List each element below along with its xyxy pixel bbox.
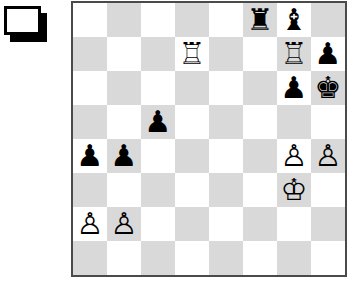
square-e1[interactable]	[209, 241, 243, 275]
square-b5[interactable]	[107, 105, 141, 139]
square-h7[interactable]: ♟	[311, 37, 345, 71]
white-pawn-a2: ♙	[73, 207, 107, 241]
black-rook-f8: ♜	[243, 3, 277, 37]
square-a6[interactable]	[73, 71, 107, 105]
square-f6[interactable]	[243, 71, 277, 105]
square-c7[interactable]	[141, 37, 175, 71]
square-e4[interactable]	[209, 139, 243, 173]
chess-board: ♜♝♖♖♟♟♚♟♟♟♙♙♔♙♙	[71, 1, 347, 277]
square-b8[interactable]	[107, 3, 141, 37]
square-b2[interactable]: ♙	[107, 207, 141, 241]
square-f4[interactable]	[243, 139, 277, 173]
square-d3[interactable]	[175, 173, 209, 207]
square-b7[interactable]	[107, 37, 141, 71]
white-pawn-b2: ♙	[107, 207, 141, 241]
square-g6[interactable]: ♟	[277, 71, 311, 105]
black-pawn-b4: ♟	[107, 139, 141, 173]
black-pawn-c5: ♟	[141, 105, 175, 139]
black-king-h6: ♚	[311, 71, 345, 105]
square-c8[interactable]	[141, 3, 175, 37]
square-e5[interactable]	[209, 105, 243, 139]
white-rook-d7: ♖	[175, 37, 209, 71]
square-c5[interactable]: ♟	[141, 105, 175, 139]
square-g8[interactable]: ♝	[277, 3, 311, 37]
square-e3[interactable]	[209, 173, 243, 207]
square-d6[interactable]	[175, 71, 209, 105]
square-f1[interactable]	[243, 241, 277, 275]
black-pawn-a4: ♟	[73, 139, 107, 173]
square-g5[interactable]	[277, 105, 311, 139]
square-c3[interactable]	[141, 173, 175, 207]
square-b1[interactable]	[107, 241, 141, 275]
square-h2[interactable]	[311, 207, 345, 241]
square-f8[interactable]: ♜	[243, 3, 277, 37]
square-d5[interactable]	[175, 105, 209, 139]
black-pawn-h7: ♟	[311, 37, 345, 71]
white-to-move-icon-face	[4, 6, 41, 35]
square-h4[interactable]: ♙	[311, 139, 345, 173]
white-king-g3: ♔	[277, 173, 311, 207]
square-h6[interactable]: ♚	[311, 71, 345, 105]
square-f3[interactable]	[243, 173, 277, 207]
square-c4[interactable]	[141, 139, 175, 173]
square-a8[interactable]	[73, 3, 107, 37]
white-to-move-icon	[4, 6, 49, 44]
square-f2[interactable]	[243, 207, 277, 241]
square-c1[interactable]	[141, 241, 175, 275]
black-pawn-g6: ♟	[277, 71, 311, 105]
square-a2[interactable]: ♙	[73, 207, 107, 241]
white-pawn-h4: ♙	[311, 139, 345, 173]
square-e6[interactable]	[209, 71, 243, 105]
square-g3[interactable]: ♔	[277, 173, 311, 207]
square-a3[interactable]	[73, 173, 107, 207]
square-a1[interactable]	[73, 241, 107, 275]
square-e8[interactable]	[209, 3, 243, 37]
square-g7[interactable]: ♖	[277, 37, 311, 71]
square-c2[interactable]	[141, 207, 175, 241]
square-d1[interactable]	[175, 241, 209, 275]
square-h8[interactable]	[311, 3, 345, 37]
square-a4[interactable]: ♟	[73, 139, 107, 173]
square-h3[interactable]	[311, 173, 345, 207]
square-f7[interactable]	[243, 37, 277, 71]
square-d7[interactable]: ♖	[175, 37, 209, 71]
white-pawn-g4: ♙	[277, 139, 311, 173]
square-b3[interactable]	[107, 173, 141, 207]
square-g1[interactable]	[277, 241, 311, 275]
square-d2[interactable]	[175, 207, 209, 241]
black-bishop-g8: ♝	[277, 3, 311, 37]
square-e2[interactable]	[209, 207, 243, 241]
square-a7[interactable]	[73, 37, 107, 71]
square-b4[interactable]: ♟	[107, 139, 141, 173]
square-h1[interactable]	[311, 241, 345, 275]
square-g2[interactable]	[277, 207, 311, 241]
white-rook-g7: ♖	[277, 37, 311, 71]
square-d8[interactable]	[175, 3, 209, 37]
square-f5[interactable]	[243, 105, 277, 139]
square-e7[interactable]	[209, 37, 243, 71]
square-a5[interactable]	[73, 105, 107, 139]
square-d4[interactable]	[175, 139, 209, 173]
square-b6[interactable]	[107, 71, 141, 105]
square-h5[interactable]	[311, 105, 345, 139]
square-g4[interactable]: ♙	[277, 139, 311, 173]
square-c6[interactable]	[141, 71, 175, 105]
